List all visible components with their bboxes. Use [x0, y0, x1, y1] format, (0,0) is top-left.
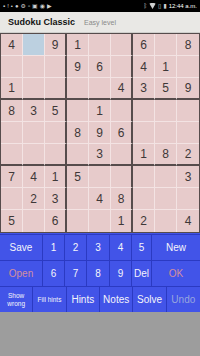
cell-r4c1[interactable]: 8: [1, 100, 23, 122]
show-wrong-button[interactable]: Show wrong: [0, 287, 33, 312]
hints-button[interactable]: Hints: [67, 287, 100, 312]
cell-r3c7[interactable]: 3: [133, 78, 155, 100]
cell-r9c5[interactable]: [89, 210, 111, 232]
app-screen: ▪!•●⚙▫▣◉▶ ᛒ▯▮12:44 a.m. Sudoku Classic E…: [0, 0, 200, 356]
keypad-row2: Open6789DelOK: [0, 260, 200, 286]
cell-r1c1[interactable]: 4: [1, 34, 23, 56]
status-bar-clock: 12:44 a.m.: [169, 3, 197, 9]
save-button[interactable]: Save: [0, 235, 43, 260]
bluetooth-icon: ᛒ: [143, 3, 147, 9]
cell-r9c9[interactable]: 4: [177, 210, 199, 232]
cell-r1c9[interactable]: 8: [177, 34, 199, 56]
cell-r2c4[interactable]: 9: [67, 56, 89, 78]
new-button[interactable]: New: [152, 235, 200, 260]
status-bar: ▪!•●⚙▫▣◉▶ ᛒ▯▮12:44 a.m.: [0, 0, 200, 12]
keypad-panel: Save12345New Open6789DelOK Show wrongFil…: [0, 233, 200, 312]
cell-r6c6[interactable]: [111, 144, 133, 166]
cell-r2c2[interactable]: [23, 56, 45, 78]
notes-button[interactable]: Notes: [100, 287, 133, 312]
cell-r3c6[interactable]: 4: [111, 78, 133, 100]
notification-icon-2: !: [7, 3, 9, 9]
cell-r2c1[interactable]: [1, 56, 23, 78]
cell-r3c1[interactable]: 1: [1, 78, 23, 100]
cell-r9c4[interactable]: [67, 210, 89, 232]
sudoku-board: 491689641143598351896318274153234856124: [0, 33, 200, 233]
cell-r2c6[interactable]: [111, 56, 133, 78]
cell-r5c3[interactable]: [45, 122, 67, 144]
cell-r6c9[interactable]: 2: [177, 144, 199, 166]
cell-r4c4[interactable]: [67, 100, 89, 122]
cell-r2c3[interactable]: [45, 56, 67, 78]
fill-hints-button[interactable]: Fill hints: [33, 287, 66, 312]
cell-r5c9[interactable]: [177, 122, 199, 144]
cell-r4c8[interactable]: [155, 100, 177, 122]
cell-r3c4[interactable]: [67, 78, 89, 100]
wifi-icon: [149, 3, 156, 9]
cell-r5c5[interactable]: 9: [89, 122, 111, 144]
cell-r3c2[interactable]: [23, 78, 45, 100]
cell-r7c7[interactable]: [133, 166, 155, 188]
cell-r7c2[interactable]: 4: [23, 166, 45, 188]
cell-r7c4[interactable]: 5: [67, 166, 89, 188]
cell-r6c8[interactable]: 8: [155, 144, 177, 166]
cell-r8c6[interactable]: 8: [111, 188, 133, 210]
solve-button[interactable]: Solve: [133, 287, 166, 312]
cell-r6c7[interactable]: 1: [133, 144, 155, 166]
cell-r2c8[interactable]: 1: [155, 56, 177, 78]
cell-r6c3[interactable]: [45, 144, 67, 166]
cell-r3c5[interactable]: [89, 78, 111, 100]
cell-r4c2[interactable]: 3: [23, 100, 45, 122]
cell-r9c8[interactable]: [155, 210, 177, 232]
cell-r3c9[interactable]: 9: [177, 78, 199, 100]
app-header: Sudoku Classic Easy level: [0, 12, 200, 33]
cell-r5c6[interactable]: 6: [111, 122, 133, 144]
cell-r1c4[interactable]: 1: [67, 34, 89, 56]
sim-icon: ▯: [158, 3, 161, 9]
digit-3-button[interactable]: 3: [87, 235, 110, 260]
cell-r3c8[interactable]: 5: [155, 78, 177, 100]
cell-r9c6[interactable]: 1: [111, 210, 133, 232]
cell-r5c1[interactable]: [1, 122, 23, 144]
difficulty-label: Easy level: [84, 19, 116, 26]
digit-7-button[interactable]: 7: [65, 261, 87, 286]
cell-r8c5[interactable]: 4: [89, 188, 111, 210]
gear-icon: ⚙: [21, 3, 26, 9]
cell-r7c5[interactable]: [89, 166, 111, 188]
cell-r1c5[interactable]: [89, 34, 111, 56]
digit-2-button[interactable]: 2: [65, 235, 87, 260]
bottom-filler: [0, 312, 200, 356]
status-bar-notifications: ▪!•●⚙▫▣◉▶: [3, 3, 141, 9]
cell-r9c3[interactable]: 6: [45, 210, 67, 232]
status-bar-system: ᛒ▯▮12:44 a.m.: [143, 3, 197, 9]
digit-4-button[interactable]: 4: [110, 235, 132, 260]
cell-r5c2[interactable]: [23, 122, 45, 144]
cell-r5c4[interactable]: 8: [67, 122, 89, 144]
notification-icon-8: ▶: [47, 3, 52, 9]
keypad-row3: Show wrongFill hintsHintsNotesSolveUndo: [0, 286, 200, 312]
ok-button[interactable]: OK: [152, 261, 200, 286]
cell-r6c4[interactable]: [67, 144, 89, 166]
notification-icon-3: •: [11, 3, 13, 9]
open-button[interactable]: Open: [0, 261, 43, 286]
notification-icon-5: ▫: [28, 3, 30, 9]
cell-r7c6[interactable]: [111, 166, 133, 188]
cell-r5c8[interactable]: [155, 122, 177, 144]
cell-r4c6[interactable]: [111, 100, 133, 122]
notification-icon-7: ◉: [40, 3, 45, 9]
cell-r8c3[interactable]: 3: [45, 188, 67, 210]
cell-r2c7[interactable]: 4: [133, 56, 155, 78]
digit-5-button[interactable]: 5: [132, 235, 152, 260]
cell-r7c1[interactable]: 7: [1, 166, 23, 188]
cell-r4c7[interactable]: [133, 100, 155, 122]
cell-r1c2[interactable]: [23, 34, 45, 56]
cell-r8c9[interactable]: [177, 188, 199, 210]
cell-r9c7[interactable]: 2: [133, 210, 155, 232]
del-button[interactable]: Del: [132, 261, 152, 286]
undo-button[interactable]: Undo: [167, 287, 200, 312]
cell-r8c7[interactable]: [133, 188, 155, 210]
digit-9-button[interactable]: 9: [110, 261, 132, 286]
cell-r2c9[interactable]: [177, 56, 199, 78]
cell-r2c5[interactable]: 6: [89, 56, 111, 78]
cell-r4c5[interactable]: 1: [89, 100, 111, 122]
cell-r6c1[interactable]: [1, 144, 23, 166]
app-title: Sudoku Classic: [8, 17, 75, 27]
cell-r4c3[interactable]: 5: [45, 100, 67, 122]
cell-r6c2[interactable]: [23, 144, 45, 166]
keypad-row1: Save12345New: [0, 234, 200, 260]
digit-6-button[interactable]: 6: [43, 261, 65, 286]
cell-r4c9[interactable]: [177, 100, 199, 122]
cell-r7c3[interactable]: 1: [45, 166, 67, 188]
cell-r9c1[interactable]: 5: [1, 210, 23, 232]
cell-r1c6[interactable]: [111, 34, 133, 56]
digit-8-button[interactable]: 8: [87, 261, 110, 286]
battery-icon: ▮: [163, 3, 166, 9]
cell-r1c7[interactable]: 6: [133, 34, 155, 56]
cell-r8c8[interactable]: [155, 188, 177, 210]
digit-1-button[interactable]: 1: [43, 235, 65, 260]
cell-r7c8[interactable]: [155, 166, 177, 188]
cell-r8c4[interactable]: [67, 188, 89, 210]
notification-icon-6: ▣: [32, 3, 38, 9]
cell-r7c9[interactable]: 3: [177, 166, 199, 188]
cell-r8c2[interactable]: 2: [23, 188, 45, 210]
cell-r8c1[interactable]: [1, 188, 23, 210]
cell-r6c5[interactable]: 3: [89, 144, 111, 166]
notification-icon-4: ●: [15, 3, 19, 9]
cell-r1c3[interactable]: 9: [45, 34, 67, 56]
cell-r1c8[interactable]: [155, 34, 177, 56]
cell-r3c3[interactable]: [45, 78, 67, 100]
cell-r9c2[interactable]: [23, 210, 45, 232]
cell-r5c7[interactable]: [133, 122, 155, 144]
notification-icon-1: ▪: [3, 3, 5, 9]
